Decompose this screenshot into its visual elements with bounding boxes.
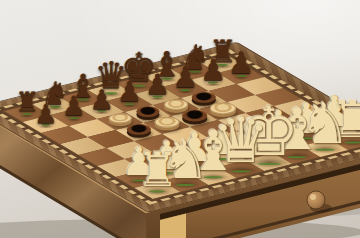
drawer-knob — [307, 191, 325, 209]
knob-highlight — [310, 194, 316, 200]
product-photo-scene: ♜♞♝♛♚♝♞♜♟♟♟♟♟♟♟♟♟♟♟♟♟♟♟♟♜♞♝♛♚♝♞♜ — [0, 0, 360, 238]
